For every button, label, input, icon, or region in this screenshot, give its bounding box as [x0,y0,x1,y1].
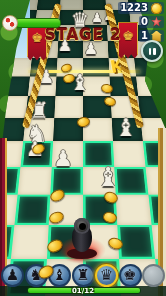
bomb-icon [151,17,162,28]
piece-button-tray: ♟♞♝♜♛♚ [1,264,165,287]
coin-counter: 1223 [118,2,164,14]
health-widget [2,15,61,31]
progress-label: 01/12 [0,287,166,296]
board-square [18,167,52,195]
bomb-count: 0 [141,17,148,27]
cannon-bore [79,223,86,230]
piece-button-king[interactable]: ♚ [119,264,142,287]
piece-white-pawn: ♟ [91,11,103,24]
pause-icon [149,48,152,55]
health-fill [16,19,60,27]
board-square [11,225,49,259]
pause-button[interactable] [141,40,163,62]
bomb-counter: 0 [139,16,164,28]
board-square [117,225,155,259]
pause-icon [153,48,156,55]
queen-glyph: ♛ [100,268,113,283]
rook-glyph: ♜ [76,268,89,283]
health-bar [15,18,61,28]
piece-white-bishop: ♝ [115,116,137,140]
board-square [14,195,50,226]
piece-button-pawn[interactable]: ♟ [1,264,24,287]
piece-button-empty[interactable] [142,264,165,287]
health-icon [2,15,18,31]
piece-white-pawn: ♟ [53,148,73,170]
game-screen: ♟♛♟♟♟♟♝♟♜♞♝♟♟♝ K ♚ ♚ STAGE 2 1223 0 [0,0,166,296]
board-square [116,195,152,226]
coin-icon [151,3,162,14]
resource-panel: 1223 0 1 [118,2,164,42]
home-count: 1 [141,31,148,41]
piece-button-rook[interactable]: ♜ [72,264,95,287]
coin-count: 1223 [120,3,148,13]
pawn-glyph: ♟ [6,268,19,283]
piece-white-bishop: ♝ [96,164,119,190]
piece-button-queen[interactable]: ♛ [95,264,118,287]
bishop-glyph: ♝ [53,268,66,283]
board-square [54,96,83,118]
king-glyph: ♚ [123,268,136,283]
